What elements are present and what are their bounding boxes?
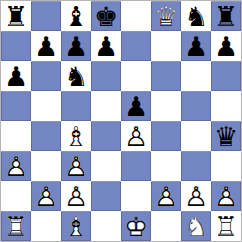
piece-glyph: ♚ (91, 1, 121, 31)
piece-glyph: ♞ (181, 1, 211, 31)
square-f2[interactable]: ♟♙ (151, 181, 181, 211)
square-e7[interactable] (121, 31, 151, 61)
square-c3[interactable]: ♟♙ (61, 151, 91, 181)
square-b1[interactable] (31, 211, 61, 241)
square-e1[interactable]: ♚♔ (121, 211, 151, 241)
piece-black-pawn[interactable]: ♟ (181, 31, 211, 61)
square-a6[interactable]: ♟ (1, 61, 31, 91)
piece-white-pawn[interactable]: ♟♙ (211, 181, 241, 211)
square-c6[interactable]: ♞ (61, 61, 91, 91)
piece-glyph: ♕ (151, 1, 181, 31)
square-g2[interactable]: ♟♙ (181, 181, 211, 211)
piece-glyph: ♟ (61, 181, 91, 211)
square-a8[interactable]: ♜ (1, 1, 31, 31)
square-h7[interactable]: ♟ (211, 31, 241, 61)
piece-glyph: ♙ (181, 181, 211, 211)
piece-glyph: ♔ (121, 211, 151, 241)
piece-glyph: ♖ (1, 211, 31, 241)
piece-white-bishop[interactable]: ♝♗ (61, 211, 91, 241)
square-h4[interactable]: ♛ (211, 121, 241, 151)
piece-glyph: ♚ (121, 211, 151, 241)
piece-black-pawn[interactable]: ♟ (1, 61, 31, 91)
piece-glyph: ♟ (121, 91, 151, 121)
piece-white-knight[interactable]: ♞♘ (181, 211, 211, 241)
square-f1[interactable] (151, 211, 181, 241)
square-g3[interactable] (181, 151, 211, 181)
piece-glyph: ♜ (1, 1, 31, 31)
piece-glyph: ♜ (1, 211, 31, 241)
piece-black-king[interactable]: ♚ (91, 1, 121, 31)
square-f4[interactable] (151, 121, 181, 151)
piece-glyph: ♝ (61, 121, 91, 151)
piece-black-pawn[interactable]: ♟ (61, 31, 91, 61)
square-a1[interactable]: ♜♖ (1, 211, 31, 241)
square-d4[interactable] (91, 121, 121, 151)
piece-white-rook[interactable]: ♜♖ (1, 211, 31, 241)
piece-black-pawn[interactable]: ♟ (211, 31, 241, 61)
piece-black-knight[interactable]: ♞ (181, 1, 211, 31)
piece-glyph: ♟ (211, 181, 241, 211)
piece-glyph: ♛ (151, 1, 181, 31)
piece-glyph: ♛ (211, 121, 241, 151)
square-g4[interactable] (181, 121, 211, 151)
square-c7[interactable]: ♟ (61, 31, 91, 61)
piece-glyph: ♟ (181, 31, 211, 61)
piece-glyph: ♙ (61, 181, 91, 211)
piece-glyph: ♜ (211, 211, 241, 241)
square-c1[interactable]: ♝♗ (61, 211, 91, 241)
piece-glyph: ♟ (31, 181, 61, 211)
piece-glyph: ♙ (31, 181, 61, 211)
square-e4[interactable]: ♟♙ (121, 121, 151, 151)
square-g7[interactable]: ♟ (181, 31, 211, 61)
piece-glyph: ♜ (211, 1, 241, 31)
piece-glyph: ♝ (61, 211, 91, 241)
piece-black-pawn[interactable]: ♟ (121, 91, 151, 121)
piece-glyph: ♝ (61, 1, 91, 31)
piece-glyph: ♞ (61, 61, 91, 91)
piece-white-pawn[interactable]: ♟♙ (31, 181, 61, 211)
square-h5[interactable] (211, 91, 241, 121)
piece-glyph: ♟ (181, 181, 211, 211)
square-a7[interactable] (1, 31, 31, 61)
piece-glyph: ♟ (121, 121, 151, 151)
square-a3[interactable]: ♟♙ (1, 151, 31, 181)
square-f5[interactable] (151, 91, 181, 121)
piece-white-pawn[interactable]: ♟♙ (121, 121, 151, 151)
square-g1[interactable]: ♞♘ (181, 211, 211, 241)
square-h8[interactable]: ♜ (211, 1, 241, 31)
piece-white-rook[interactable]: ♜♖ (211, 211, 241, 241)
square-b2[interactable]: ♟♙ (31, 181, 61, 211)
square-b5[interactable] (31, 91, 61, 121)
square-h2[interactable]: ♟♙ (211, 181, 241, 211)
square-c8[interactable]: ♝ (61, 1, 91, 31)
piece-glyph: ♗ (61, 121, 91, 151)
chess-board: ♜♝♚♛♕♞♜♟♟♟♟♟♟♞♟♝♗♟♙♛♟♙♟♙♟♙♟♙♟♙♟♙♟♙♜♖♝♗♚♔… (0, 0, 242, 242)
square-f3[interactable] (151, 151, 181, 181)
square-b6[interactable] (31, 61, 61, 91)
piece-glyph: ♙ (211, 181, 241, 211)
piece-glyph: ♟ (61, 31, 91, 61)
piece-glyph: ♟ (1, 151, 31, 181)
piece-black-bishop[interactable]: ♝ (61, 1, 91, 31)
piece-black-rook[interactable]: ♜ (211, 1, 241, 31)
piece-glyph: ♟ (31, 31, 61, 61)
piece-white-pawn[interactable]: ♟♙ (181, 181, 211, 211)
piece-glyph: ♞ (181, 211, 211, 241)
piece-glyph: ♘ (181, 211, 211, 241)
square-c4[interactable]: ♝♗ (61, 121, 91, 151)
square-a5[interactable] (1, 91, 31, 121)
square-e3[interactable] (121, 151, 151, 181)
square-d6[interactable] (91, 61, 121, 91)
piece-white-pawn[interactable]: ♟♙ (61, 181, 91, 211)
square-d3[interactable] (91, 151, 121, 181)
piece-glyph: ♙ (61, 151, 91, 181)
piece-glyph: ♙ (1, 151, 31, 181)
square-h1[interactable]: ♜♖ (211, 211, 241, 241)
square-c5[interactable] (61, 91, 91, 121)
square-c2[interactable]: ♟♙ (61, 181, 91, 211)
square-b4[interactable] (31, 121, 61, 151)
square-e2[interactable] (121, 181, 151, 211)
piece-white-pawn[interactable]: ♟♙ (61, 151, 91, 181)
square-e6[interactable] (121, 61, 151, 91)
square-a4[interactable] (1, 121, 31, 151)
piece-white-bishop[interactable]: ♝♗ (61, 121, 91, 151)
square-a2[interactable] (1, 181, 31, 211)
square-e5[interactable]: ♟ (121, 91, 151, 121)
square-d5[interactable] (91, 91, 121, 121)
square-f8[interactable]: ♛♕ (151, 1, 181, 31)
square-d8[interactable]: ♚ (91, 1, 121, 31)
piece-glyph: ♟ (91, 31, 121, 61)
square-g5[interactable] (181, 91, 211, 121)
square-d1[interactable] (91, 211, 121, 241)
piece-glyph: ♙ (121, 121, 151, 151)
square-d7[interactable]: ♟ (91, 31, 121, 61)
piece-glyph: ♟ (1, 61, 31, 91)
square-h3[interactable] (211, 151, 241, 181)
piece-white-king[interactable]: ♚♔ (121, 211, 151, 241)
piece-glyph: ♗ (61, 211, 91, 241)
square-h6[interactable] (211, 61, 241, 91)
piece-glyph: ♙ (151, 181, 181, 211)
piece-black-pawn[interactable]: ♟ (31, 31, 61, 61)
piece-black-queen[interactable]: ♛ (211, 121, 241, 151)
piece-glyph: ♟ (151, 181, 181, 211)
square-f7[interactable] (151, 31, 181, 61)
piece-white-pawn[interactable]: ♟♙ (151, 181, 181, 211)
square-b7[interactable]: ♟ (31, 31, 61, 61)
piece-glyph: ♟ (211, 31, 241, 61)
piece-black-pawn[interactable]: ♟ (91, 31, 121, 61)
piece-black-knight[interactable]: ♞ (61, 61, 91, 91)
square-b3[interactable] (31, 151, 61, 181)
piece-glyph: ♟ (61, 151, 91, 181)
square-b8[interactable] (31, 1, 61, 31)
square-g6[interactable] (181, 61, 211, 91)
square-e8[interactable] (121, 1, 151, 31)
square-d2[interactable] (91, 181, 121, 211)
square-g8[interactable]: ♞ (181, 1, 211, 31)
piece-white-queen[interactable]: ♛♕ (151, 1, 181, 31)
piece-glyph: ♖ (211, 211, 241, 241)
piece-white-pawn[interactable]: ♟♙ (1, 151, 31, 181)
square-f6[interactable] (151, 61, 181, 91)
piece-black-rook[interactable]: ♜ (1, 1, 31, 31)
